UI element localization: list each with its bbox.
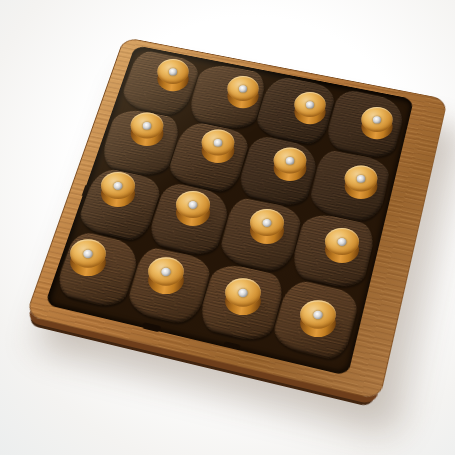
knob-top-face: [101, 172, 135, 199]
screw-icon: [373, 116, 381, 123]
tile-knob[interactable]: [345, 166, 378, 202]
tile-knob[interactable]: [225, 278, 261, 318]
screw-icon: [313, 310, 322, 318]
product-photo-scene: [0, 0, 455, 455]
screw-icon: [214, 139, 223, 147]
tile-knob[interactable]: [131, 113, 164, 149]
knob-top-face: [225, 278, 261, 306]
screw-icon: [189, 201, 198, 209]
tile-knob[interactable]: [274, 148, 307, 184]
tile-knob[interactable]: [250, 209, 284, 247]
screw-icon: [143, 122, 152, 130]
knob-top-face: [148, 257, 184, 285]
screw-icon: [338, 238, 347, 246]
knob-layer: [0, 0, 455, 455]
screw-icon: [286, 157, 295, 165]
screw-icon: [161, 267, 170, 275]
screw-icon: [306, 101, 314, 108]
knob-top-face: [361, 107, 392, 132]
screw-icon: [83, 249, 92, 257]
tile-knob[interactable]: [227, 76, 258, 111]
knob-top-face: [157, 59, 188, 84]
tile-knob[interactable]: [101, 172, 135, 210]
knob-top-face: [345, 166, 378, 192]
knob-top-face: [131, 113, 164, 139]
tile-knob[interactable]: [70, 239, 106, 279]
screw-icon: [114, 182, 123, 190]
knob-top-face: [70, 239, 106, 267]
screw-icon: [169, 68, 177, 75]
knob-top-face: [176, 191, 210, 218]
screw-icon: [357, 175, 366, 183]
screw-icon: [238, 288, 247, 296]
knob-top-face: [250, 209, 284, 236]
knob-top-face: [202, 130, 235, 156]
tile-knob[interactable]: [325, 228, 359, 266]
knob-top-face: [274, 148, 307, 174]
knob-top-face: [227, 76, 258, 101]
tile-knob[interactable]: [148, 257, 184, 297]
knob-top-face: [294, 92, 325, 117]
tile-knob[interactable]: [294, 92, 325, 127]
tile-knob[interactable]: [157, 59, 188, 94]
tile-knob[interactable]: [176, 191, 210, 229]
knob-top-face: [300, 300, 336, 328]
tile-knob[interactable]: [202, 130, 235, 166]
screw-icon: [239, 85, 247, 92]
tile-knob[interactable]: [300, 300, 336, 340]
knob-top-face: [325, 228, 359, 255]
screw-icon: [263, 219, 272, 227]
tile-knob[interactable]: [361, 107, 392, 142]
